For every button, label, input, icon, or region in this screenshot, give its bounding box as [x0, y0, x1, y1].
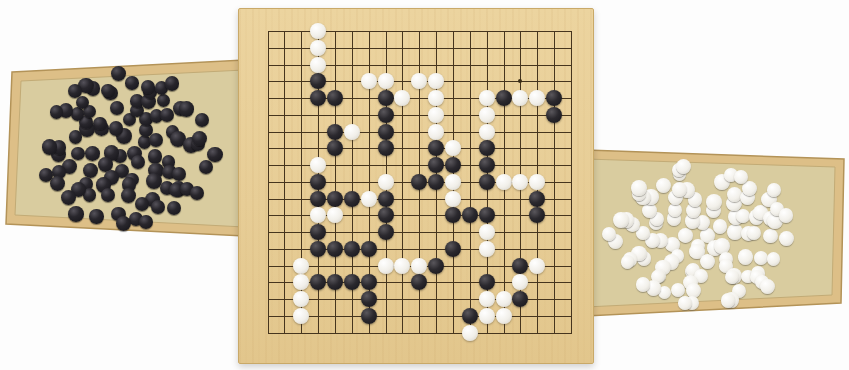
black-stone [529, 191, 545, 207]
black-stone [327, 274, 343, 290]
white-stone [678, 228, 693, 243]
white-stone [763, 229, 778, 244]
black-stone [165, 76, 180, 91]
white-stone [767, 183, 781, 197]
black-stone [101, 188, 115, 202]
grid-line-vertical [571, 31, 572, 333]
black-stone [195, 113, 209, 127]
white-stone [344, 124, 360, 140]
white-stone [636, 277, 651, 292]
white-stone [734, 170, 748, 184]
black-stone [310, 224, 326, 240]
black-stone [190, 186, 204, 200]
black-stone [50, 105, 64, 119]
black-stone [327, 241, 343, 257]
black-stone [378, 224, 394, 240]
black-stone [428, 174, 444, 190]
black-stone [428, 140, 444, 156]
black-stone [462, 308, 478, 324]
black-stone [361, 291, 377, 307]
black-stone [131, 155, 145, 169]
white-stone [706, 194, 722, 210]
black-stone [85, 146, 100, 161]
black-stone [310, 274, 326, 290]
white-stone [747, 226, 761, 240]
white-stone [310, 157, 326, 173]
white-stone [736, 209, 750, 223]
white-stone [713, 219, 727, 233]
white-stone [479, 90, 495, 106]
black-stone [496, 90, 512, 106]
black-stone [411, 274, 427, 290]
black-stone [327, 191, 343, 207]
black-stone [378, 107, 394, 123]
white-stone [428, 124, 444, 140]
black-stone [199, 160, 213, 174]
black-stone [479, 174, 495, 190]
black-stone [428, 258, 444, 274]
white-stone [529, 90, 545, 106]
black-stone [546, 90, 562, 106]
black-stone [378, 191, 394, 207]
black-stone [39, 168, 53, 182]
white-stone [327, 207, 343, 223]
black-stone [344, 274, 360, 290]
black-stone [42, 139, 58, 155]
white-stone [779, 208, 794, 223]
black-stone [378, 140, 394, 156]
white-stone [754, 251, 768, 265]
white-stone [378, 174, 394, 190]
black-stone [109, 121, 123, 135]
grid-line-horizontal [268, 333, 573, 334]
black-stone [529, 207, 545, 223]
black-stone [462, 207, 478, 223]
white-stone [725, 270, 739, 284]
black-stone [310, 241, 326, 257]
white-stone [479, 291, 495, 307]
black-stone [512, 291, 528, 307]
black-stone [361, 308, 377, 324]
white-stone [496, 291, 512, 307]
white-stone [631, 180, 647, 196]
white-stone [742, 181, 757, 196]
white-stone [378, 258, 394, 274]
grid-line-horizontal [268, 316, 573, 317]
white-stone [445, 174, 461, 190]
black-stone [479, 274, 495, 290]
white-stone [656, 178, 671, 193]
white-stone [394, 258, 410, 274]
black-stone [148, 149, 163, 164]
go-board [238, 8, 594, 364]
white-stone [721, 293, 736, 308]
white-stone [779, 231, 794, 246]
black-stone [378, 90, 394, 106]
black-stone [139, 215, 153, 229]
black-stone [310, 90, 326, 106]
tray-right [586, 150, 844, 316]
white-stone [512, 90, 528, 106]
black-stone [344, 241, 360, 257]
black-stone [344, 191, 360, 207]
white-stone [293, 274, 309, 290]
black-stone [116, 216, 131, 231]
black-stone [179, 101, 195, 117]
white-stone [293, 258, 309, 274]
white-stone [602, 227, 616, 241]
grid-line-vertical [554, 31, 555, 333]
black-stone [83, 163, 98, 178]
black-stone [411, 174, 427, 190]
white-stone [678, 296, 692, 310]
black-stone [89, 209, 103, 223]
white-stone [411, 73, 427, 89]
grid-line-vertical [470, 31, 471, 333]
white-stone [445, 191, 461, 207]
white-stone [361, 73, 377, 89]
white-stone [671, 283, 685, 297]
white-stone [310, 40, 326, 56]
black-stone [327, 90, 343, 106]
white-stone [310, 57, 326, 73]
black-stone [310, 174, 326, 190]
white-stone [672, 182, 687, 197]
black-stone [172, 167, 186, 181]
white-stone [479, 107, 495, 123]
black-stone [310, 73, 326, 89]
black-stone [479, 207, 495, 223]
white-stone [428, 107, 444, 123]
white-stone [361, 191, 377, 207]
white-stone [378, 73, 394, 89]
black-stone [361, 274, 377, 290]
black-stone [207, 147, 223, 163]
white-stone [613, 212, 629, 228]
white-stone [310, 207, 326, 223]
black-stone [68, 206, 84, 222]
white-stone [428, 73, 444, 89]
black-stone [378, 207, 394, 223]
black-stone [69, 130, 83, 144]
black-stone [546, 107, 562, 123]
black-stone [445, 207, 461, 223]
black-stone [160, 108, 174, 122]
white-stone [293, 291, 309, 307]
white-stone [529, 258, 545, 274]
white-stone [512, 174, 528, 190]
star-point [518, 79, 522, 83]
white-stone [479, 241, 495, 257]
white-stone [479, 224, 495, 240]
black-stone [512, 258, 528, 274]
black-stone [167, 201, 181, 215]
white-stone [676, 159, 691, 174]
white-stone [479, 124, 495, 140]
black-stone [445, 157, 461, 173]
black-stone [125, 76, 139, 90]
white-stone [428, 90, 444, 106]
black-stone [361, 241, 377, 257]
white-stone [496, 174, 512, 190]
white-stone [512, 274, 528, 290]
black-stone [479, 157, 495, 173]
black-stone [71, 147, 85, 161]
white-stone [310, 23, 326, 39]
black-stone [378, 124, 394, 140]
white-stone [411, 258, 427, 274]
product-photo-go-set [0, 0, 849, 370]
white-stone [479, 308, 495, 324]
black-stone [445, 241, 461, 257]
white-stone [496, 308, 512, 324]
black-stone [327, 124, 343, 140]
white-stone [462, 325, 478, 341]
white-stone [394, 90, 410, 106]
white-stone [293, 308, 309, 324]
black-stone [428, 157, 444, 173]
black-stone [479, 140, 495, 156]
white-stone [529, 174, 545, 190]
white-stone [445, 140, 461, 156]
black-stone [68, 84, 82, 98]
black-stone [310, 191, 326, 207]
black-stone [327, 140, 343, 156]
